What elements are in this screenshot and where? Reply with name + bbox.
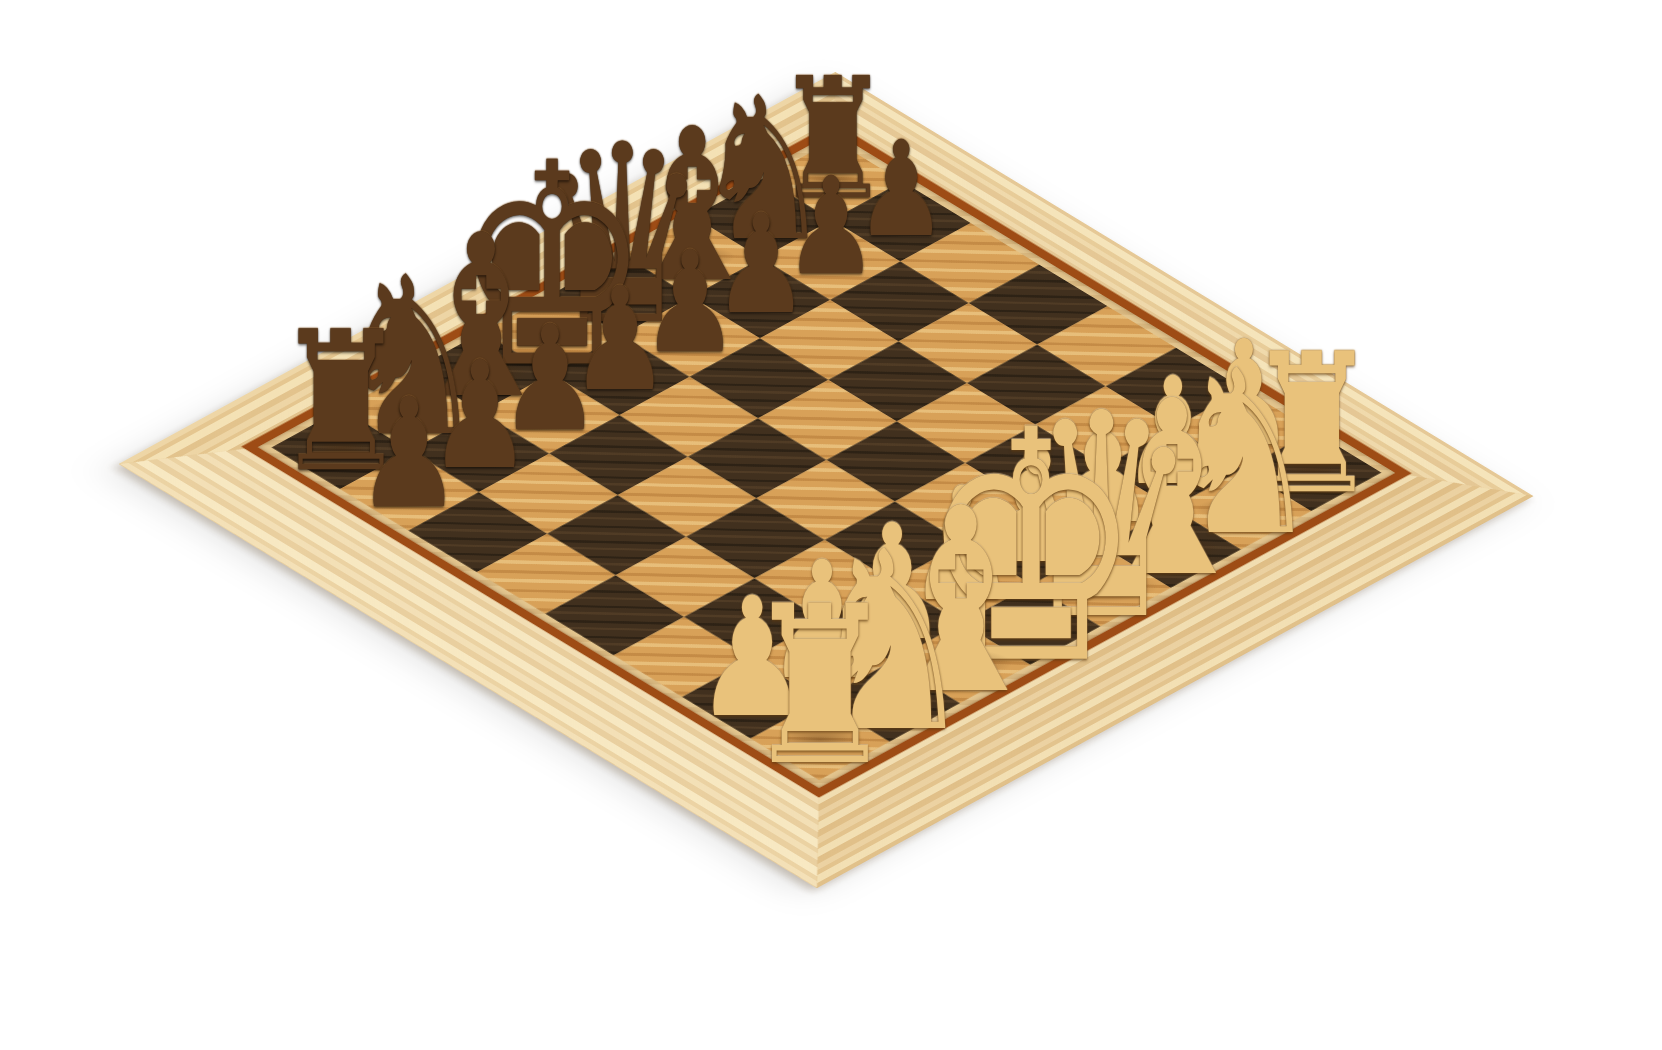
board-field [272,140,1382,780]
product-photo-stage: ♜♞♝♛♚♝♞♜♟♟♟♟♟♟♟♟♟♟♟♟♟♟♟♟♜♞♝♛♚♝♞♜ [0,0,1662,1050]
chess-board [119,72,1534,888]
